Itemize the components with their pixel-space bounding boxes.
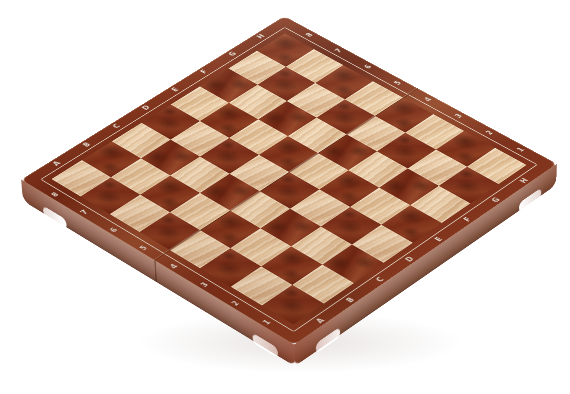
square-c1	[322, 245, 383, 284]
scene-tilt: 87654321 87654321 HGFEDCBA HGFEDCBA	[0, 0, 570, 394]
square-c4	[230, 191, 290, 228]
square-b2	[261, 246, 322, 285]
square-g1	[439, 167, 499, 204]
clasp-notch-bottom-corner	[253, 333, 279, 359]
square-a1	[262, 285, 324, 324]
square-a7	[81, 177, 141, 214]
square-b5	[170, 193, 230, 230]
squares-grid	[52, 33, 527, 324]
clasp-notch-bottom-corner-2	[316, 326, 341, 353]
square-a4	[170, 230, 231, 268]
chessboard: 87654321 87654321 HGFEDCBA HGFEDCBA	[20, 16, 557, 345]
square-e2	[350, 188, 410, 225]
square-b6	[140, 176, 200, 213]
product-photo-stage: 87654321 87654321 HGFEDCBA HGFEDCBA	[0, 0, 570, 394]
square-c2	[291, 227, 352, 265]
square-b3	[230, 228, 291, 266]
square-c3	[260, 209, 320, 247]
square-e3	[319, 170, 379, 207]
square-a3	[200, 248, 261, 287]
square-d2	[321, 207, 381, 245]
square-d4	[260, 172, 320, 209]
board-top-face: 87654321 87654321 HGFEDCBA HGFEDCBA	[20, 16, 557, 345]
square-d1	[352, 225, 413, 263]
rank-labels-lower-left-edge: 87654321	[36, 183, 287, 335]
clasp-notch-right-corner	[519, 187, 542, 213]
square-a2	[231, 266, 293, 305]
clasp-notch-left-corner	[43, 206, 67, 230]
file-labels-lower-right-edge: HGFEDCBA	[300, 169, 542, 334]
square-b1	[292, 265, 354, 304]
square-a6	[110, 195, 170, 232]
square-d3	[290, 189, 350, 226]
square-f2	[379, 168, 439, 205]
square-e1	[381, 205, 441, 243]
square-f1	[410, 186, 470, 223]
square-c5	[200, 174, 260, 211]
square-b4	[200, 211, 260, 249]
square-a5	[140, 212, 200, 250]
